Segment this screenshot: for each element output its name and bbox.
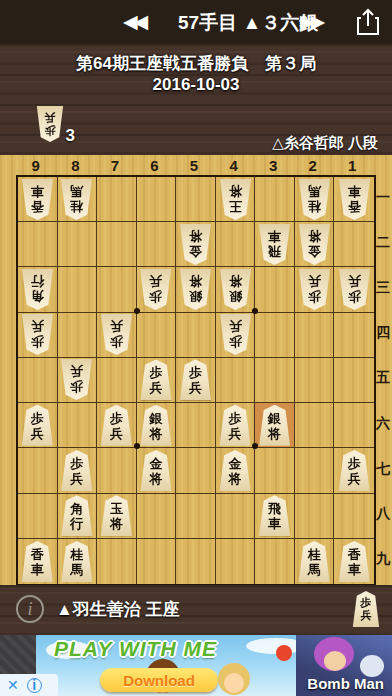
square-9三[interactable]: 角行	[18, 267, 58, 312]
square-5六[interactable]	[176, 403, 216, 448]
koma-kanji: 銀	[149, 411, 162, 426]
koma-kanji: 車	[31, 184, 44, 199]
square-9八[interactable]	[18, 494, 58, 539]
square-1九[interactable]: 香車	[334, 539, 374, 584]
koma-kanji: 兵	[308, 274, 321, 289]
file-label-1: 1	[332, 156, 372, 175]
koma-kanji: 歩	[229, 334, 242, 349]
koma-gote-銀将: 銀将	[179, 269, 212, 310]
koma-kanji: 飛	[268, 501, 281, 516]
file-label-6: 6	[135, 156, 175, 175]
koma-gote-銀将: 銀将	[219, 269, 252, 310]
koma-kanji: 兵	[229, 426, 242, 441]
file-label-3: 3	[253, 156, 293, 175]
ad-image[interactable]: PLAY WITH ME Download Bomb Man	[36, 635, 392, 696]
square-9四[interactable]: 歩兵	[18, 313, 58, 358]
koma-sente-金将: 金将	[139, 450, 172, 491]
koma-kanji: 玉	[110, 501, 123, 516]
bottom-bar: i ▲羽生善治 王座 歩兵	[0, 585, 392, 635]
koma-kanji: 将	[308, 229, 321, 244]
koma-kanji: 将	[149, 471, 162, 486]
koma-sente-桂馬: 桂馬	[60, 541, 93, 582]
square-8五[interactable]: 歩兵	[58, 358, 98, 403]
ad-control-strip: ✕ i	[0, 674, 58, 696]
koma-sente-歩兵: 歩兵	[139, 359, 172, 400]
koma-kanji: 兵	[31, 319, 44, 334]
square-3四[interactable]	[255, 313, 295, 358]
koma-sente-角行: 角行	[60, 495, 93, 536]
square-5一[interactable]	[176, 177, 216, 222]
koma-kanji: 将	[229, 274, 242, 289]
ad-close-icon[interactable]: ✕	[7, 674, 19, 696]
square-2一[interactable]: 桂馬	[295, 177, 335, 222]
koma-kanji: 歩	[110, 334, 123, 349]
koma-kanji: 銀	[229, 289, 242, 304]
koma-kanji: 歩	[229, 411, 242, 426]
rewind-button[interactable]: ◀◀	[123, 10, 144, 33]
square-6九[interactable]	[137, 539, 177, 584]
file-label-7: 7	[95, 156, 135, 175]
koma-kanji: 歩	[361, 596, 372, 609]
koma-kanji: 歩	[348, 289, 361, 304]
koma-kanji: 桂	[308, 199, 321, 214]
koma-kanji: 兵	[348, 471, 361, 486]
koma-kanji: 歩	[45, 124, 56, 137]
square-4五[interactable]	[216, 358, 256, 403]
square-3一[interactable]	[255, 177, 295, 222]
koma-kanji: 歩	[348, 456, 361, 471]
rank-labels: 一二三四五六七八九	[374, 175, 392, 582]
koma-sente-玉将: 玉将	[100, 495, 133, 536]
square-3七[interactable]	[255, 448, 295, 493]
square-9六[interactable]: 歩兵	[18, 403, 58, 448]
square-7三[interactable]	[97, 267, 137, 312]
koma-kanji: 銀	[189, 289, 202, 304]
square-1七[interactable]: 歩兵	[334, 448, 374, 493]
square-2七[interactable]	[295, 448, 335, 493]
square-4九[interactable]	[216, 539, 256, 584]
ad-bomb-shape	[276, 645, 292, 661]
koma-kanji: 歩	[70, 379, 83, 394]
ad-character-face	[324, 651, 346, 671]
koma-kanji: 金	[189, 244, 202, 259]
koma-kanji: 将	[189, 274, 202, 289]
gote-player-name: △糸谷哲郎 八段	[272, 134, 378, 153]
koma-kanji: 銀	[268, 411, 281, 426]
square-1五[interactable]	[334, 358, 374, 403]
square-7七[interactable]	[97, 448, 137, 493]
square-1三[interactable]: 歩兵	[334, 267, 374, 312]
square-2六[interactable]	[295, 403, 335, 448]
square-4二[interactable]	[216, 222, 256, 267]
koma-kanji: 将	[149, 426, 162, 441]
square-7五[interactable]	[97, 358, 137, 403]
koma-gote-桂馬: 桂馬	[60, 179, 93, 220]
rank-label-九: 九	[374, 537, 392, 582]
rank-label-七: 七	[374, 446, 392, 491]
koma-sente-歩兵: 歩兵	[21, 405, 54, 446]
square-7九[interactable]	[97, 539, 137, 584]
square-4三[interactable]: 銀将	[216, 267, 256, 312]
koma-sente-銀将: 銀将	[258, 405, 291, 446]
board-area: 987654321 一二三四五六七八九 香車桂馬王将桂馬香車金将飛車金将角行歩兵…	[0, 155, 392, 585]
koma-kanji: 将	[110, 516, 123, 531]
square-3五[interactable]	[255, 358, 295, 403]
square-5五[interactable]: 歩兵	[176, 358, 216, 403]
square-5四[interactable]	[176, 313, 216, 358]
koma-sente-歩兵: 歩兵	[60, 450, 93, 491]
koma-kanji: 香	[31, 199, 44, 214]
square-2五[interactable]	[295, 358, 335, 403]
square-1一[interactable]: 香車	[334, 177, 374, 222]
board-grid: 香車桂馬王将桂馬香車金将飛車金将角行歩兵銀将銀将歩兵歩兵歩兵歩兵歩兵歩兵歩兵歩兵…	[16, 175, 376, 586]
ad-banner[interactable]: PLAY WITH ME Download Bomb Man ✕ i	[0, 635, 392, 696]
koma-kanji: 将	[268, 426, 281, 441]
square-8六[interactable]	[58, 403, 98, 448]
ad-download-button[interactable]: Download	[100, 668, 218, 692]
square-9五[interactable]	[18, 358, 58, 403]
square-6七[interactable]: 金将	[137, 448, 177, 493]
koma-kanji: 車	[268, 516, 281, 531]
koma-kanji: 金	[308, 244, 321, 259]
koma-kanji: 行	[70, 516, 83, 531]
square-3六[interactable]: 銀将	[255, 403, 295, 448]
koma-kanji: 香	[31, 547, 44, 562]
koma-kanji: 馬	[70, 184, 83, 199]
square-6二[interactable]	[137, 222, 177, 267]
koma-kanji: 兵	[149, 274, 162, 289]
koma-kanji: 馬	[70, 562, 83, 577]
square-1二[interactable]	[334, 222, 374, 267]
square-8九[interactable]: 桂馬	[58, 539, 98, 584]
koma-gote-歩兵: 歩兵	[100, 314, 133, 355]
square-4七[interactable]: 金将	[216, 448, 256, 493]
square-2八[interactable]	[295, 494, 335, 539]
rank-label-三: 三	[374, 265, 392, 310]
koma-kanji: 桂	[308, 547, 321, 562]
koma-gote-歩兵: 歩兵	[338, 269, 371, 310]
koma-gote-飛車: 飛車	[258, 224, 291, 265]
rank-label-六: 六	[374, 401, 392, 446]
square-8八[interactable]: 角行	[58, 494, 98, 539]
square-4一[interactable]: 王将	[216, 177, 256, 222]
event-date: 2016-10-03	[0, 75, 392, 95]
koma-kanji: 桂	[70, 547, 83, 562]
move-title: 57手目 ▲３六銀	[178, 10, 318, 36]
koma-kanji: 角	[70, 501, 83, 516]
koma-kanji: 兵	[70, 364, 83, 379]
koma-sente-飛車: 飛車	[258, 495, 291, 536]
koma-sente-香車: 香車	[338, 541, 371, 582]
square-5七[interactable]	[176, 448, 216, 493]
koma-sente-香車: 香車	[21, 541, 54, 582]
koma-kanji: 車	[268, 229, 281, 244]
koma-sente-桂馬: 桂馬	[298, 541, 331, 582]
koma-kanji: 角	[31, 289, 44, 304]
gote-hand-tray: 歩兵 3	[36, 106, 64, 142]
koma-kanji: 兵	[110, 426, 123, 441]
ad-info-icon[interactable]: i	[27, 678, 42, 693]
rank-label-五: 五	[374, 356, 392, 401]
koma-kanji: 歩	[31, 411, 44, 426]
ad-product-name: Bomb Man	[307, 675, 384, 692]
koma-gote-歩兵: 歩兵	[60, 359, 93, 400]
koma-kanji: 馬	[308, 184, 321, 199]
koma-kanji: 兵	[229, 319, 242, 334]
koma-gote-歩兵: 歩兵	[219, 314, 252, 355]
koma-kanji: 車	[348, 184, 361, 199]
file-label-9: 9	[16, 156, 56, 175]
square-8二[interactable]	[58, 222, 98, 267]
square-7二[interactable]	[97, 222, 137, 267]
square-7一[interactable]	[97, 177, 137, 222]
koma-kanji: 兵	[45, 111, 56, 124]
square-4六[interactable]: 歩兵	[216, 403, 256, 448]
koma-kanji: 歩	[149, 365, 162, 380]
ad-headline: PLAY WITH ME	[54, 637, 217, 661]
gote-hand-pawn-count: 3	[66, 126, 75, 146]
square-7四[interactable]: 歩兵	[97, 313, 137, 358]
event-title: 第64期王座戦五番勝負 第３局	[0, 52, 392, 75]
square-6三[interactable]: 歩兵	[137, 267, 177, 312]
koma-kanji: 兵	[149, 380, 162, 395]
file-label-2: 2	[293, 156, 333, 175]
square-5二[interactable]: 金将	[176, 222, 216, 267]
koma-kanji: 桂	[70, 199, 83, 214]
sente-hand-pawn[interactable]: 歩兵	[352, 591, 380, 627]
koma-gote-角行: 角行	[21, 269, 54, 310]
square-9九[interactable]: 香車	[18, 539, 58, 584]
square-4八[interactable]	[216, 494, 256, 539]
rank-label-二: 二	[374, 220, 392, 265]
rank-label-八: 八	[374, 492, 392, 537]
square-6一[interactable]	[137, 177, 177, 222]
koma-kanji: 将	[229, 471, 242, 486]
square-8四[interactable]	[58, 313, 98, 358]
header-area: 第64期王座戦五番勝負 第３局 2016-10-03 歩兵 3 △糸谷哲郎 八段	[0, 44, 392, 155]
koma-kanji: 車	[31, 562, 44, 577]
koma-sente-歩兵: 歩兵	[338, 450, 371, 491]
koma-gote-歩兵: 歩兵	[298, 269, 331, 310]
koma-sente-金将: 金将	[219, 450, 252, 491]
koma-gote-金将: 金将	[298, 224, 331, 265]
koma-kanji: 歩	[149, 289, 162, 304]
file-label-5: 5	[174, 156, 214, 175]
square-3三[interactable]	[255, 267, 295, 312]
square-6六[interactable]: 銀将	[137, 403, 177, 448]
koma-kanji: 歩	[308, 289, 321, 304]
koma-kanji: 金	[149, 456, 162, 471]
koma-kanji: 将	[229, 184, 242, 199]
koma-kanji: 歩	[70, 456, 83, 471]
rank-label-四: 四	[374, 311, 392, 356]
koma-kanji: 馬	[308, 562, 321, 577]
square-8三[interactable]	[58, 267, 98, 312]
koma-kanji: 兵	[189, 380, 202, 395]
square-8七[interactable]: 歩兵	[58, 448, 98, 493]
koma-gote-桂馬: 桂馬	[298, 179, 331, 220]
square-1八[interactable]	[334, 494, 374, 539]
square-3九[interactable]	[255, 539, 295, 584]
hoshi-dot	[134, 443, 140, 449]
koma-kanji: 歩	[31, 334, 44, 349]
koma-kanji: 金	[229, 456, 242, 471]
koma-gote-香車: 香車	[338, 179, 371, 220]
koma-gote-歩兵: 歩兵	[139, 269, 172, 310]
square-2四[interactable]	[295, 313, 335, 358]
square-7八[interactable]: 玉将	[97, 494, 137, 539]
square-9七[interactable]	[18, 448, 58, 493]
sente-hand-tray: 歩兵	[352, 591, 380, 627]
koma-kanji: 兵	[348, 274, 361, 289]
koma-sente-歩兵: 歩兵	[179, 359, 212, 400]
koma-kanji: 兵	[70, 471, 83, 486]
koma-kanji: 行	[31, 274, 44, 289]
hoshi-dot	[252, 308, 258, 314]
square-5八[interactable]	[176, 494, 216, 539]
square-3八[interactable]: 飛車	[255, 494, 295, 539]
koma-kanji: 香	[348, 547, 361, 562]
gote-hand-pawn[interactable]: 歩兵	[36, 106, 64, 142]
square-1六[interactable]	[334, 403, 374, 448]
app-screen: ◀◀ 57手目 ▲３六銀 ▶▶ 第64期王座戦五番勝負 第３局 2016-10-…	[0, 0, 392, 696]
square-7六[interactable]: 歩兵	[97, 403, 137, 448]
koma-kanji: 歩	[110, 411, 123, 426]
koma-sente-歩兵: 歩兵	[100, 405, 133, 446]
koma-kanji: 歩	[189, 365, 202, 380]
square-6五[interactable]: 歩兵	[137, 358, 177, 403]
share-icon[interactable]	[356, 8, 380, 36]
square-2二[interactable]: 金将	[295, 222, 335, 267]
square-5九[interactable]	[176, 539, 216, 584]
koma-kanji: 王	[229, 199, 242, 214]
ad-download-label: Download	[123, 672, 195, 689]
file-label-4: 4	[214, 156, 254, 175]
koma-sente-歩兵: 歩兵	[219, 405, 252, 446]
file-labels: 987654321	[16, 156, 372, 175]
file-label-8: 8	[56, 156, 96, 175]
koma-kanji: 車	[348, 562, 361, 577]
square-5三[interactable]: 銀将	[176, 267, 216, 312]
koma-kanji: 将	[189, 229, 202, 244]
square-2九[interactable]: 桂馬	[295, 539, 335, 584]
square-2三[interactable]: 歩兵	[295, 267, 335, 312]
koma-kanji: 飛	[268, 244, 281, 259]
square-9一[interactable]: 香車	[18, 177, 58, 222]
forward-button[interactable]: ▶▶	[300, 10, 321, 33]
square-3二[interactable]: 飛車	[255, 222, 295, 267]
koma-gote-金将: 金将	[179, 224, 212, 265]
koma-kanji: 兵	[361, 609, 372, 622]
koma-kanji: 兵	[110, 319, 123, 334]
square-9二[interactable]	[18, 222, 58, 267]
square-6四[interactable]	[137, 313, 177, 358]
top-nav-bar: ◀◀ 57手目 ▲３六銀 ▶▶	[0, 0, 392, 44]
rank-label-一: 一	[374, 175, 392, 220]
hoshi-dot	[252, 443, 258, 449]
koma-kanji: 香	[348, 199, 361, 214]
hoshi-dot	[134, 308, 140, 314]
info-button[interactable]: i	[16, 595, 44, 623]
koma-gote-王将: 王将	[219, 179, 252, 220]
ad-character-face	[224, 673, 244, 693]
square-6八[interactable]	[137, 494, 177, 539]
koma-sente-銀将: 銀将	[139, 405, 172, 446]
koma-gote-香車: 香車	[21, 179, 54, 220]
koma-gote-歩兵: 歩兵	[21, 314, 54, 355]
koma-kanji: 兵	[31, 426, 44, 441]
sente-player-name: ▲羽生善治 王座	[56, 598, 180, 621]
ad-skull-shape	[360, 655, 384, 677]
info-icon: i	[27, 599, 32, 620]
square-1四[interactable]	[334, 313, 374, 358]
square-8一[interactable]: 桂馬	[58, 177, 98, 222]
square-4四[interactable]: 歩兵	[216, 313, 256, 358]
